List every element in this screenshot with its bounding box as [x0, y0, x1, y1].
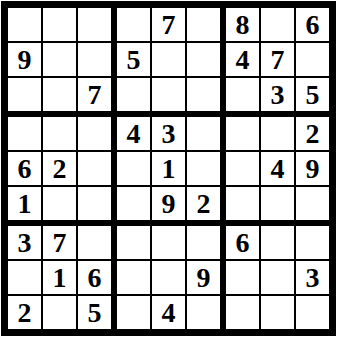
cell-r3c5[interactable] — [152, 78, 187, 117]
sudoku-board: 7869547735432621491923761693254 — [1, 1, 336, 336]
cell-r4c7[interactable] — [226, 117, 261, 152]
cell-r7c5[interactable] — [152, 226, 187, 261]
cell-r9c5: 4 — [152, 296, 187, 329]
cell-r6c5: 9 — [152, 187, 187, 226]
cell-r5c9: 9 — [296, 152, 329, 187]
cell-r5c5: 1 — [152, 152, 187, 187]
cell-r4c6[interactable] — [187, 117, 226, 152]
cell-r2c7: 4 — [226, 43, 261, 78]
cell-r7c1: 3 — [8, 226, 43, 261]
cell-r8c5[interactable] — [152, 261, 187, 296]
cell-r7c2: 7 — [43, 226, 78, 261]
cell-r4c9: 2 — [296, 117, 329, 152]
sudoku-page: 7869547735432621491923761693254 — [0, 0, 350, 350]
cell-r6c2[interactable] — [43, 187, 78, 226]
cell-r7c8[interactable] — [261, 226, 296, 261]
cell-r6c6: 2 — [187, 187, 226, 226]
cell-r6c9[interactable] — [296, 187, 329, 226]
cell-r5c3[interactable] — [78, 152, 117, 187]
cell-r6c8[interactable] — [261, 187, 296, 226]
cell-r4c4: 4 — [117, 117, 152, 152]
cell-r6c3[interactable] — [78, 187, 117, 226]
cell-r4c5: 3 — [152, 117, 187, 152]
cell-r9c2[interactable] — [43, 296, 78, 329]
cell-r6c4[interactable] — [117, 187, 152, 226]
cell-r8c8[interactable] — [261, 261, 296, 296]
cell-r6c7[interactable] — [226, 187, 261, 226]
cell-r8c2: 1 — [43, 261, 78, 296]
cell-r8c9: 3 — [296, 261, 329, 296]
cell-r1c1[interactable] — [8, 8, 43, 43]
cell-r9c8[interactable] — [261, 296, 296, 329]
cell-r5c8: 4 — [261, 152, 296, 187]
cell-r3c7[interactable] — [226, 78, 261, 117]
cell-r1c8[interactable] — [261, 8, 296, 43]
cell-r2c2[interactable] — [43, 43, 78, 78]
cell-r1c5: 7 — [152, 8, 187, 43]
cell-r2c4: 5 — [117, 43, 152, 78]
cell-r1c4[interactable] — [117, 8, 152, 43]
cell-r1c6[interactable] — [187, 8, 226, 43]
cell-r7c3[interactable] — [78, 226, 117, 261]
cell-r3c8: 3 — [261, 78, 296, 117]
cell-r5c6[interactable] — [187, 152, 226, 187]
cell-r1c3[interactable] — [78, 8, 117, 43]
cell-r8c1[interactable] — [8, 261, 43, 296]
cell-r7c7: 6 — [226, 226, 261, 261]
cell-r2c3[interactable] — [78, 43, 117, 78]
cell-r7c9[interactable] — [296, 226, 329, 261]
cell-r3c6[interactable] — [187, 78, 226, 117]
cell-r4c1[interactable] — [8, 117, 43, 152]
cell-r3c2[interactable] — [43, 78, 78, 117]
cell-r5c1: 6 — [8, 152, 43, 187]
cell-r2c1: 9 — [8, 43, 43, 78]
cell-r9c6[interactable] — [187, 296, 226, 329]
cell-r8c6: 9 — [187, 261, 226, 296]
cell-r7c4[interactable] — [117, 226, 152, 261]
cell-r8c4[interactable] — [117, 261, 152, 296]
cell-r3c1[interactable] — [8, 78, 43, 117]
cell-r1c7: 8 — [226, 8, 261, 43]
cell-r9c9[interactable] — [296, 296, 329, 329]
cell-r5c2: 2 — [43, 152, 78, 187]
cell-r2c5[interactable] — [152, 43, 187, 78]
cell-r5c4[interactable] — [117, 152, 152, 187]
cell-r3c3: 7 — [78, 78, 117, 117]
cell-r1c2[interactable] — [43, 8, 78, 43]
cell-r6c1: 1 — [8, 187, 43, 226]
cell-r3c4[interactable] — [117, 78, 152, 117]
cell-r2c6[interactable] — [187, 43, 226, 78]
cell-r7c6[interactable] — [187, 226, 226, 261]
cell-r9c3: 5 — [78, 296, 117, 329]
cell-r8c3: 6 — [78, 261, 117, 296]
cell-r4c8[interactable] — [261, 117, 296, 152]
cell-r9c7[interactable] — [226, 296, 261, 329]
cell-r9c4[interactable] — [117, 296, 152, 329]
cell-r5c7[interactable] — [226, 152, 261, 187]
cell-r2c8: 7 — [261, 43, 296, 78]
cell-r8c7[interactable] — [226, 261, 261, 296]
cell-r3c9: 5 — [296, 78, 329, 117]
cell-r4c3[interactable] — [78, 117, 117, 152]
cell-r9c1: 2 — [8, 296, 43, 329]
cell-r4c2[interactable] — [43, 117, 78, 152]
cell-r1c9: 6 — [296, 8, 329, 43]
cell-r2c9[interactable] — [296, 43, 329, 78]
